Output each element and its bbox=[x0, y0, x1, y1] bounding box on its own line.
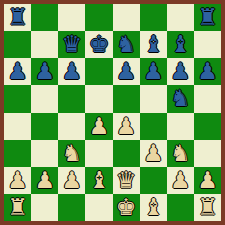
white-knight-icon[interactable]: ♞ bbox=[62, 142, 83, 165]
white-bishop-icon[interactable]: ♝ bbox=[89, 169, 110, 192]
square-c2[interactable]: ♟ bbox=[58, 167, 85, 194]
square-h7[interactable] bbox=[194, 31, 221, 58]
square-b4[interactable] bbox=[31, 113, 58, 140]
square-e6[interactable]: ♟ bbox=[113, 58, 140, 85]
square-c3[interactable]: ♞ bbox=[58, 140, 85, 167]
square-g5[interactable]: ♞ bbox=[167, 85, 194, 112]
square-a8[interactable]: ♜ bbox=[4, 4, 31, 31]
square-g8[interactable] bbox=[167, 4, 194, 31]
square-b2[interactable]: ♟ bbox=[31, 167, 58, 194]
black-rook-icon[interactable]: ♜ bbox=[7, 6, 28, 29]
white-pawn-icon[interactable]: ♟ bbox=[62, 169, 83, 192]
square-c1[interactable] bbox=[58, 194, 85, 221]
square-f2[interactable] bbox=[140, 167, 167, 194]
square-h8[interactable]: ♜ bbox=[194, 4, 221, 31]
square-h1[interactable]: ♜ bbox=[194, 194, 221, 221]
square-b5[interactable] bbox=[31, 85, 58, 112]
white-pawn-icon[interactable]: ♟ bbox=[143, 142, 164, 165]
white-rook-icon[interactable]: ♜ bbox=[197, 196, 218, 219]
square-e3[interactable] bbox=[113, 140, 140, 167]
black-king-icon[interactable]: ♚ bbox=[89, 33, 110, 56]
square-b3[interactable] bbox=[31, 140, 58, 167]
black-queen-icon[interactable]: ♛ bbox=[62, 33, 83, 56]
square-a6[interactable]: ♟ bbox=[4, 58, 31, 85]
square-d8[interactable] bbox=[85, 4, 112, 31]
square-h6[interactable]: ♟ bbox=[194, 58, 221, 85]
square-h5[interactable] bbox=[194, 85, 221, 112]
square-d7[interactable]: ♚ bbox=[85, 31, 112, 58]
square-c6[interactable]: ♟ bbox=[58, 58, 85, 85]
square-f8[interactable] bbox=[140, 4, 167, 31]
white-pawn-icon[interactable]: ♟ bbox=[89, 115, 110, 138]
square-e1[interactable]: ♚ bbox=[113, 194, 140, 221]
black-pawn-icon[interactable]: ♟ bbox=[62, 60, 83, 83]
square-h2[interactable]: ♟ bbox=[194, 167, 221, 194]
square-f5[interactable] bbox=[140, 85, 167, 112]
square-d2[interactable]: ♝ bbox=[85, 167, 112, 194]
square-f6[interactable]: ♟ bbox=[140, 58, 167, 85]
black-pawn-icon[interactable]: ♟ bbox=[116, 60, 137, 83]
black-bishop-icon[interactable]: ♝ bbox=[170, 33, 191, 56]
chess-board: ♜♜♛♚♞♝♝♟♟♟♟♟♟♟♞♟♟♞♟♞♟♟♟♝♛♟♟♜♚♝♜ bbox=[4, 4, 221, 221]
white-rook-icon[interactable]: ♜ bbox=[7, 196, 28, 219]
square-g1[interactable] bbox=[167, 194, 194, 221]
square-h4[interactable] bbox=[194, 113, 221, 140]
square-g4[interactable] bbox=[167, 113, 194, 140]
black-bishop-icon[interactable]: ♝ bbox=[143, 33, 164, 56]
square-b7[interactable] bbox=[31, 31, 58, 58]
square-h3[interactable] bbox=[194, 140, 221, 167]
square-g6[interactable]: ♟ bbox=[167, 58, 194, 85]
black-pawn-icon[interactable]: ♟ bbox=[34, 60, 55, 83]
square-d1[interactable] bbox=[85, 194, 112, 221]
white-queen-icon[interactable]: ♛ bbox=[116, 169, 137, 192]
square-e2[interactable]: ♛ bbox=[113, 167, 140, 194]
square-b8[interactable] bbox=[31, 4, 58, 31]
square-d6[interactable] bbox=[85, 58, 112, 85]
square-a2[interactable]: ♟ bbox=[4, 167, 31, 194]
white-pawn-icon[interactable]: ♟ bbox=[197, 169, 218, 192]
black-pawn-icon[interactable]: ♟ bbox=[170, 60, 191, 83]
square-d5[interactable] bbox=[85, 85, 112, 112]
black-knight-icon[interactable]: ♞ bbox=[170, 87, 191, 110]
black-pawn-icon[interactable]: ♟ bbox=[197, 60, 218, 83]
square-a3[interactable] bbox=[4, 140, 31, 167]
square-d4[interactable]: ♟ bbox=[85, 113, 112, 140]
square-g2[interactable]: ♟ bbox=[167, 167, 194, 194]
square-g3[interactable]: ♞ bbox=[167, 140, 194, 167]
square-e5[interactable] bbox=[113, 85, 140, 112]
white-bishop-icon[interactable]: ♝ bbox=[143, 196, 164, 219]
square-f3[interactable]: ♟ bbox=[140, 140, 167, 167]
square-c4[interactable] bbox=[58, 113, 85, 140]
black-rook-icon[interactable]: ♜ bbox=[197, 6, 218, 29]
white-king-icon[interactable]: ♚ bbox=[116, 196, 137, 219]
square-a1[interactable]: ♜ bbox=[4, 194, 31, 221]
square-d3[interactable] bbox=[85, 140, 112, 167]
square-a5[interactable] bbox=[4, 85, 31, 112]
square-c5[interactable] bbox=[58, 85, 85, 112]
square-f1[interactable]: ♝ bbox=[140, 194, 167, 221]
white-pawn-icon[interactable]: ♟ bbox=[7, 169, 28, 192]
square-e8[interactable] bbox=[113, 4, 140, 31]
white-pawn-icon[interactable]: ♟ bbox=[34, 169, 55, 192]
square-a7[interactable] bbox=[4, 31, 31, 58]
square-c7[interactable]: ♛ bbox=[58, 31, 85, 58]
square-f4[interactable] bbox=[140, 113, 167, 140]
square-g7[interactable]: ♝ bbox=[167, 31, 194, 58]
white-knight-icon[interactable]: ♞ bbox=[170, 142, 191, 165]
square-f7[interactable]: ♝ bbox=[140, 31, 167, 58]
square-a4[interactable] bbox=[4, 113, 31, 140]
square-b1[interactable] bbox=[31, 194, 58, 221]
white-pawn-icon[interactable]: ♟ bbox=[116, 115, 137, 138]
white-pawn-icon[interactable]: ♟ bbox=[170, 169, 191, 192]
square-e7[interactable]: ♞ bbox=[113, 31, 140, 58]
chess-board-frame: ♜♜♛♚♞♝♝♟♟♟♟♟♟♟♞♟♟♞♟♞♟♟♟♝♛♟♟♜♚♝♜ bbox=[0, 0, 225, 225]
square-c8[interactable] bbox=[58, 4, 85, 31]
square-e4[interactable]: ♟ bbox=[113, 113, 140, 140]
square-b6[interactable]: ♟ bbox=[31, 58, 58, 85]
black-pawn-icon[interactable]: ♟ bbox=[7, 60, 28, 83]
black-knight-icon[interactable]: ♞ bbox=[116, 33, 137, 56]
black-pawn-icon[interactable]: ♟ bbox=[143, 60, 164, 83]
